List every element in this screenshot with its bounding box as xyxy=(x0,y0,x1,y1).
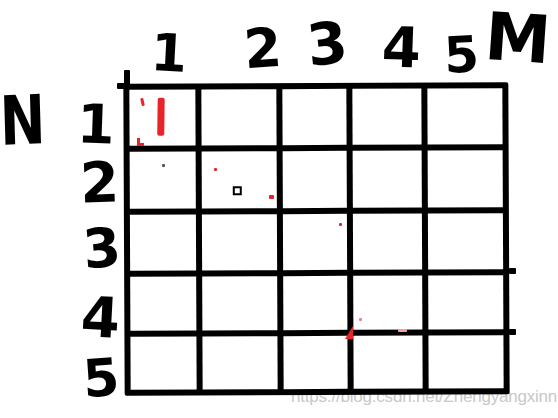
red-dot-mark xyxy=(339,223,342,226)
grid-cell-r4c1 xyxy=(130,277,196,331)
drawing-canvas: N M https://blog.csdn.net/Zhengyangxinn … xyxy=(0,0,558,418)
grid-cell-r4c2 xyxy=(202,276,277,330)
row-label-4: 4 xyxy=(80,289,122,347)
col-label-3: 3 xyxy=(304,13,350,75)
row-label-3: 3 xyxy=(81,220,123,277)
red-dot-mark xyxy=(269,195,274,199)
grid-cell-r1c3 xyxy=(282,89,346,145)
col-axis-label-M: M xyxy=(483,4,553,74)
row-axis-label-N: N xyxy=(0,86,46,156)
grid-cell-r4c5 xyxy=(428,275,503,329)
grid-cell-r5c3 xyxy=(283,336,347,389)
gray-speck-mark xyxy=(162,164,165,167)
grid-cell-r5c4 xyxy=(353,336,422,389)
cell-value-square xyxy=(233,186,242,195)
line-stub-right-row4-mark xyxy=(509,329,516,335)
grid-cell-r2c5 xyxy=(428,150,503,207)
row-label-5: 5 xyxy=(81,351,121,405)
col-label-5: 5 xyxy=(443,29,480,81)
grid-cell-r3c4 xyxy=(353,214,422,270)
cell-value-1 xyxy=(157,98,164,136)
grid-cell-r1c4 xyxy=(352,89,421,145)
red-dash-mark xyxy=(398,329,407,332)
red-dot-mark xyxy=(214,168,217,171)
grid-cell-r5c1 xyxy=(130,337,196,390)
row-label-2: 2 xyxy=(79,154,120,211)
grid-cell-r2c3 xyxy=(283,151,347,208)
grid-cell-r3c3 xyxy=(283,214,347,270)
grid-cell-r2c4 xyxy=(353,151,422,208)
grid-cell-r3c2 xyxy=(202,214,277,270)
grid-cell-r2c2 xyxy=(202,151,277,208)
red-speck-mark xyxy=(359,318,362,321)
col-label-1: 1 xyxy=(150,26,189,80)
grid-cell-r2c1 xyxy=(130,152,196,209)
grid-cell-r1c5 xyxy=(427,88,502,144)
col-label-2: 2 xyxy=(242,21,283,77)
board-grid xyxy=(123,82,509,396)
line-stub-right-row3-mark xyxy=(509,268,516,274)
row-label-1: 1 xyxy=(76,97,115,152)
grid-cell-r4c4 xyxy=(353,276,422,330)
grid-cell-r3c5 xyxy=(428,213,503,269)
red-triangle-mark xyxy=(345,326,353,339)
grid-cell-r4c3 xyxy=(283,276,347,330)
grid-cell-r3c1 xyxy=(130,215,196,271)
col-label-4: 4 xyxy=(381,19,422,76)
grid-cell-r5c2 xyxy=(202,336,277,389)
red-corner-stroke-mark xyxy=(137,138,144,146)
grid-cell-r1c2 xyxy=(201,89,276,145)
line-overshoot-top-left-mark xyxy=(117,83,125,89)
grid-cell-r5c5 xyxy=(428,335,503,388)
